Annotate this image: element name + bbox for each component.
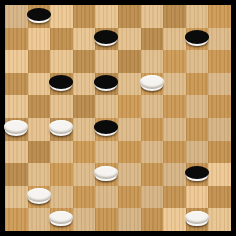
square-r4c4 xyxy=(95,95,118,118)
wood-texture xyxy=(118,50,141,73)
wood-texture xyxy=(73,208,96,231)
wood-texture xyxy=(208,208,231,231)
square-12[interactable] xyxy=(73,50,96,73)
square-5[interactable] xyxy=(208,5,231,28)
wood-texture xyxy=(163,118,186,141)
wood-texture xyxy=(163,50,186,73)
square-13[interactable] xyxy=(118,50,141,73)
square-r2c4 xyxy=(95,50,118,73)
checkers-app-window xyxy=(0,0,236,236)
wood-texture xyxy=(163,186,186,209)
wood-texture xyxy=(73,28,96,51)
square-8[interactable] xyxy=(95,28,118,51)
square-9[interactable] xyxy=(141,28,164,51)
square-40[interactable] xyxy=(186,163,209,186)
wood-texture xyxy=(208,73,231,96)
square-31[interactable] xyxy=(28,141,51,164)
square-r4c0 xyxy=(5,95,28,118)
square-r0c8 xyxy=(186,5,209,28)
black-man-square-10[interactable] xyxy=(185,30,209,44)
wood-texture xyxy=(50,50,73,73)
wood-texture xyxy=(163,95,186,118)
square-r3c5 xyxy=(118,73,141,96)
square-r2c0 xyxy=(5,50,28,73)
square-r1c9 xyxy=(208,28,231,51)
wood-texture xyxy=(208,163,231,186)
square-11[interactable] xyxy=(28,50,51,73)
square-33[interactable] xyxy=(118,141,141,164)
wood-texture xyxy=(141,50,164,73)
square-r8c2 xyxy=(50,186,73,209)
wood-texture xyxy=(73,50,96,73)
wood-texture xyxy=(95,50,118,73)
square-r1c3 xyxy=(73,28,96,51)
wood-texture xyxy=(95,5,118,28)
square-r8c8 xyxy=(186,186,209,209)
square-2[interactable] xyxy=(73,5,96,28)
square-r6c0 xyxy=(5,141,28,164)
square-1[interactable] xyxy=(28,5,51,28)
square-r5c5 xyxy=(118,118,141,141)
square-r9c7 xyxy=(163,208,186,231)
square-r9c1 xyxy=(28,208,51,231)
wood-texture xyxy=(28,208,51,231)
square-r9c9 xyxy=(208,208,231,231)
square-r6c8 xyxy=(186,141,209,164)
wood-texture xyxy=(118,73,141,96)
wood-texture xyxy=(73,163,96,186)
wood-texture xyxy=(163,141,186,164)
square-24[interactable] xyxy=(163,95,186,118)
square-r7c3 xyxy=(73,163,96,186)
wood-texture xyxy=(118,118,141,141)
draughts-board xyxy=(5,5,231,231)
square-r4c2 xyxy=(50,95,73,118)
wood-texture xyxy=(141,208,164,231)
square-28[interactable] xyxy=(95,118,118,141)
black-man-square-40[interactable] xyxy=(185,166,209,180)
square-32[interactable] xyxy=(73,141,96,164)
wood-texture xyxy=(118,208,141,231)
square-23[interactable] xyxy=(118,95,141,118)
wood-texture xyxy=(95,141,118,164)
square-r7c5 xyxy=(118,163,141,186)
wood-texture xyxy=(141,141,164,164)
wood-texture xyxy=(50,95,73,118)
square-r2c8 xyxy=(186,50,209,73)
wood-texture xyxy=(208,50,231,73)
wood-texture xyxy=(73,73,96,96)
square-42[interactable] xyxy=(73,186,96,209)
square-19[interactable] xyxy=(141,73,164,96)
wood-texture xyxy=(5,28,28,51)
square-r8c6 xyxy=(141,186,164,209)
wood-texture xyxy=(163,28,186,51)
wood-texture xyxy=(50,163,73,186)
wood-texture xyxy=(141,163,164,186)
square-45[interactable] xyxy=(208,186,231,209)
wood-texture xyxy=(73,5,96,28)
square-r1c7 xyxy=(163,28,186,51)
wood-texture xyxy=(28,141,51,164)
wood-texture xyxy=(5,163,28,186)
square-4[interactable] xyxy=(163,5,186,28)
wood-texture xyxy=(141,186,164,209)
square-3[interactable] xyxy=(118,5,141,28)
wood-texture xyxy=(118,163,141,186)
square-r0c6 xyxy=(141,5,164,28)
wood-texture xyxy=(5,141,28,164)
wood-texture xyxy=(163,73,186,96)
square-35[interactable] xyxy=(208,141,231,164)
square-34[interactable] xyxy=(163,141,186,164)
wood-texture xyxy=(73,118,96,141)
square-47[interactable] xyxy=(50,208,73,231)
wood-texture xyxy=(186,186,209,209)
square-38[interactable] xyxy=(95,163,118,186)
wood-texture xyxy=(73,95,96,118)
wood-texture xyxy=(141,28,164,51)
wood-texture xyxy=(5,208,28,231)
square-r3c3 xyxy=(73,73,96,96)
wood-texture xyxy=(28,95,51,118)
square-r0c2 xyxy=(50,5,73,28)
white-man-square-27[interactable] xyxy=(49,120,73,134)
square-39[interactable] xyxy=(141,163,164,186)
wood-texture xyxy=(186,50,209,73)
wood-texture xyxy=(208,141,231,164)
square-r1c1 xyxy=(28,28,51,51)
square-r3c7 xyxy=(163,73,186,96)
square-r5c3 xyxy=(73,118,96,141)
square-r4c8 xyxy=(186,95,209,118)
square-r9c3 xyxy=(73,208,96,231)
wood-texture xyxy=(118,28,141,51)
square-18[interactable] xyxy=(95,73,118,96)
square-15[interactable] xyxy=(208,50,231,73)
square-r2c6 xyxy=(141,50,164,73)
square-49[interactable] xyxy=(141,208,164,231)
wood-texture xyxy=(5,50,28,73)
square-6[interactable] xyxy=(5,28,28,51)
wood-texture xyxy=(28,28,51,51)
square-r0c0 xyxy=(5,5,28,28)
wood-texture xyxy=(186,95,209,118)
square-r6c2 xyxy=(50,141,73,164)
square-30[interactable] xyxy=(186,118,209,141)
square-46[interactable] xyxy=(5,208,28,231)
square-21[interactable] xyxy=(28,95,51,118)
wood-texture xyxy=(186,141,209,164)
black-man-square-8[interactable] xyxy=(94,30,118,44)
square-r5c7 xyxy=(163,118,186,141)
square-36[interactable] xyxy=(5,163,28,186)
square-r5c1 xyxy=(28,118,51,141)
square-10[interactable] xyxy=(186,28,209,51)
square-r7c7 xyxy=(163,163,186,186)
square-41[interactable] xyxy=(28,186,51,209)
wood-texture xyxy=(186,5,209,28)
square-r6c4 xyxy=(95,141,118,164)
square-50[interactable] xyxy=(186,208,209,231)
wood-texture xyxy=(118,141,141,164)
square-r6c6 xyxy=(141,141,164,164)
square-16[interactable] xyxy=(5,73,28,96)
square-r9c5 xyxy=(118,208,141,231)
wood-texture xyxy=(118,95,141,118)
square-r2c2 xyxy=(50,50,73,73)
square-7[interactable] xyxy=(50,28,73,51)
wood-texture xyxy=(141,118,164,141)
square-r8c0 xyxy=(5,186,28,209)
wood-texture xyxy=(28,50,51,73)
square-22[interactable] xyxy=(73,95,96,118)
wood-texture xyxy=(95,186,118,209)
wood-texture xyxy=(141,5,164,28)
wood-texture xyxy=(186,118,209,141)
wood-texture xyxy=(208,118,231,141)
wood-texture xyxy=(73,186,96,209)
wood-texture xyxy=(163,208,186,231)
wood-texture xyxy=(208,186,231,209)
square-r3c9 xyxy=(208,73,231,96)
wood-texture xyxy=(50,5,73,28)
wood-texture xyxy=(208,5,231,28)
wood-texture xyxy=(186,73,209,96)
white-man-square-50[interactable] xyxy=(185,211,209,225)
wood-texture xyxy=(163,163,186,186)
wood-texture xyxy=(95,95,118,118)
wood-texture xyxy=(73,141,96,164)
square-r5c9 xyxy=(208,118,231,141)
square-27[interactable] xyxy=(50,118,73,141)
wood-texture xyxy=(208,95,231,118)
wood-texture xyxy=(5,186,28,209)
square-14[interactable] xyxy=(163,50,186,73)
black-man-square-17[interactable] xyxy=(49,75,73,89)
black-man-square-18[interactable] xyxy=(94,75,118,89)
wood-texture xyxy=(28,118,51,141)
wood-texture xyxy=(5,5,28,28)
wood-texture xyxy=(5,73,28,96)
square-26[interactable] xyxy=(5,118,28,141)
square-17[interactable] xyxy=(50,73,73,96)
square-r7c1 xyxy=(28,163,51,186)
white-man-square-41[interactable] xyxy=(27,188,51,202)
wood-texture xyxy=(95,208,118,231)
wood-texture xyxy=(28,163,51,186)
square-44[interactable] xyxy=(163,186,186,209)
wood-texture xyxy=(208,28,231,51)
square-37[interactable] xyxy=(50,163,73,186)
square-r3c1 xyxy=(28,73,51,96)
wood-texture xyxy=(141,95,164,118)
square-43[interactable] xyxy=(118,186,141,209)
wood-texture xyxy=(118,5,141,28)
wood-texture xyxy=(50,28,73,51)
square-r1c5 xyxy=(118,28,141,51)
square-r0c4 xyxy=(95,5,118,28)
square-20[interactable] xyxy=(186,73,209,96)
square-25[interactable] xyxy=(208,95,231,118)
black-man-square-1[interactable] xyxy=(27,8,51,22)
square-48[interactable] xyxy=(95,208,118,231)
wood-texture xyxy=(28,73,51,96)
square-r8c4 xyxy=(95,186,118,209)
wood-texture xyxy=(163,5,186,28)
wood-texture xyxy=(50,186,73,209)
wood-texture xyxy=(5,95,28,118)
square-r7c9 xyxy=(208,163,231,186)
square-29[interactable] xyxy=(141,118,164,141)
white-man-square-26[interactable] xyxy=(4,120,28,134)
wood-texture xyxy=(50,141,73,164)
square-r4c6 xyxy=(141,95,164,118)
wood-texture xyxy=(118,186,141,209)
white-man-square-19[interactable] xyxy=(140,75,164,89)
